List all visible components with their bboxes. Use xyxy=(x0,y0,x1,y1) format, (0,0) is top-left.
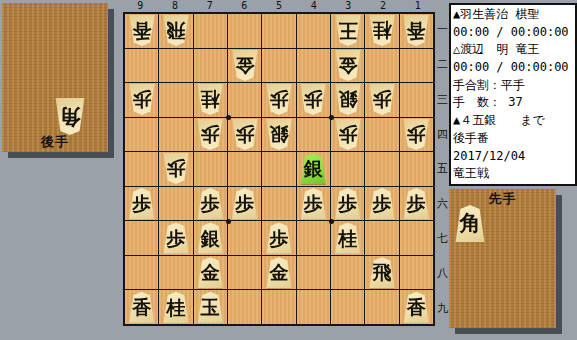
square-8-4[interactable] xyxy=(159,118,192,152)
square-1-5[interactable] xyxy=(400,152,433,186)
square-9-9[interactable]: 香 xyxy=(125,290,158,324)
piece-gote-香[interactable]: 香 xyxy=(129,15,155,46)
square-1-2[interactable] xyxy=(400,49,433,83)
square-7-9[interactable]: 玉 xyxy=(194,290,227,324)
square-2-5[interactable] xyxy=(365,152,398,186)
square-6-5[interactable] xyxy=(228,152,261,186)
piece-gote-王[interactable]: 王 xyxy=(335,15,361,46)
piece-sente-飛[interactable]: 飛 xyxy=(369,257,395,288)
shogi-board[interactable]: 香飛王桂香金金歩桂歩歩銀歩歩歩銀歩歩歩銀歩歩歩歩歩歩歩歩銀歩桂金金飛香桂玉香 xyxy=(123,12,435,326)
square-1-7[interactable] xyxy=(400,221,433,255)
square-2-2[interactable] xyxy=(365,49,398,83)
square-9-7[interactable] xyxy=(125,221,158,255)
gote-player-name: △渡辺 明 竜王 xyxy=(453,41,573,59)
piece-sente-銀[interactable]: 銀 xyxy=(197,223,223,254)
square-3-8[interactable] xyxy=(331,256,364,290)
square-3-4[interactable]: 歩 xyxy=(331,118,364,152)
square-8-2[interactable] xyxy=(159,49,192,83)
piece-gote-歩[interactable]: 歩 xyxy=(300,84,326,115)
piece-gote-金[interactable]: 金 xyxy=(232,50,258,81)
piece-sente-歩[interactable]: 歩 xyxy=(335,188,361,219)
date-line: 2017/12/04 xyxy=(453,148,573,166)
square-5-5[interactable] xyxy=(262,152,295,186)
rank-label-3: 三 xyxy=(436,82,449,117)
piece-sente-歩[interactable]: 歩 xyxy=(197,188,223,219)
file-label-3: 3 xyxy=(331,0,366,11)
piece-sente-桂[interactable]: 桂 xyxy=(163,292,189,323)
square-4-6[interactable]: 歩 xyxy=(297,187,330,221)
piece-sente-香[interactable]: 香 xyxy=(129,292,155,323)
sente-tray-label: 先手 xyxy=(449,190,556,208)
piece-gote-歩[interactable]: 歩 xyxy=(369,84,395,115)
piece-gote-銀[interactable]: 銀 xyxy=(335,84,361,115)
square-6-7[interactable] xyxy=(228,221,261,255)
piece-gote-桂[interactable]: 桂 xyxy=(197,84,223,115)
square-9-6[interactable]: 歩 xyxy=(125,187,158,221)
file-label-9: 9 xyxy=(123,0,158,11)
file-label-8: 8 xyxy=(158,0,193,11)
event-line: 竜王戦 xyxy=(453,165,573,183)
shogi-kifu-viewer: 後手 角 987654321 一二三四五六七八九 香飛王桂香金金歩桂歩歩銀歩歩歩… xyxy=(0,0,577,340)
piece-sente-歩[interactable]: 歩 xyxy=(232,188,258,219)
last-move-line: ▲４五銀 まで xyxy=(453,112,573,130)
square-5-8[interactable]: 金 xyxy=(262,256,295,290)
square-7-4[interactable]: 歩 xyxy=(194,118,227,152)
rank-label-8: 八 xyxy=(436,256,449,291)
piece-sente-金[interactable]: 金 xyxy=(266,257,292,288)
square-1-8[interactable] xyxy=(400,256,433,290)
square-5-2[interactable] xyxy=(262,49,295,83)
square-5-3[interactable]: 歩 xyxy=(262,83,295,117)
square-3-9[interactable] xyxy=(331,290,364,324)
square-9-4[interactable] xyxy=(125,118,158,152)
square-9-2[interactable] xyxy=(125,49,158,83)
piece-sente-桂[interactable]: 桂 xyxy=(335,223,361,254)
gote-captured-tray[interactable]: 後手 角 xyxy=(2,3,108,152)
rank-label-1: 一 xyxy=(436,12,449,47)
square-7-1[interactable] xyxy=(194,14,227,48)
square-1-9[interactable]: 香 xyxy=(400,290,433,324)
square-5-1[interactable] xyxy=(262,14,295,48)
square-8-1[interactable]: 飛 xyxy=(159,14,192,48)
piece-sente-歩[interactable]: 歩 xyxy=(129,188,155,219)
square-4-4[interactable] xyxy=(297,118,330,152)
hoshi-dot xyxy=(226,115,231,120)
square-2-6[interactable]: 歩 xyxy=(365,187,398,221)
square-5-4[interactable]: 銀 xyxy=(262,118,295,152)
square-4-8[interactable] xyxy=(297,256,330,290)
square-2-3[interactable]: 歩 xyxy=(365,83,398,117)
rank-label-5: 五 xyxy=(436,152,449,187)
square-7-5[interactable] xyxy=(194,152,227,186)
sente-player-name: ▲羽生善治 棋聖 xyxy=(453,6,573,24)
square-8-8[interactable] xyxy=(159,256,192,290)
file-label-7: 7 xyxy=(192,0,227,11)
piece-gote-香[interactable]: 香 xyxy=(403,15,429,46)
square-7-6[interactable]: 歩 xyxy=(194,187,227,221)
game-info-panel: ▲羽生善治 棋聖 00:00 / 00:00:00 △渡辺 明 竜王 00:00… xyxy=(449,3,577,186)
square-4-2[interactable] xyxy=(297,49,330,83)
square-4-5[interactable]: 銀 xyxy=(297,152,330,186)
square-2-9[interactable] xyxy=(365,290,398,324)
square-3-2[interactable]: 金 xyxy=(331,49,364,83)
piece-gote-金[interactable]: 金 xyxy=(335,50,361,81)
square-6-3[interactable] xyxy=(228,83,261,117)
square-9-3[interactable]: 歩 xyxy=(125,83,158,117)
file-coordinate-labels: 987654321 xyxy=(123,0,435,11)
piece-sente-香[interactable]: 香 xyxy=(403,292,429,323)
piece-gote-桂[interactable]: 桂 xyxy=(369,15,395,46)
square-3-5[interactable] xyxy=(331,152,364,186)
piece-sente-金[interactable]: 金 xyxy=(197,257,223,288)
square-7-8[interactable]: 金 xyxy=(194,256,227,290)
hoshi-dot xyxy=(329,219,334,224)
square-1-6[interactable]: 歩 xyxy=(400,187,433,221)
piece-sente-歩[interactable]: 歩 xyxy=(300,188,326,219)
square-8-9[interactable]: 桂 xyxy=(159,290,192,324)
square-8-5[interactable]: 歩 xyxy=(159,152,192,186)
handicap-line: 手合割：平手 xyxy=(453,77,573,95)
sente-captured-tray[interactable]: 先手 角 xyxy=(449,189,556,328)
square-6-4[interactable]: 歩 xyxy=(228,118,261,152)
piece-sente-玉[interactable]: 玉 xyxy=(197,292,223,323)
piece-gote-歩[interactable]: 歩 xyxy=(232,119,258,150)
gote-tray-label: 後手 xyxy=(2,133,108,151)
square-8-6[interactable] xyxy=(159,187,192,221)
square-2-4[interactable] xyxy=(365,118,398,152)
square-3-1[interactable]: 王 xyxy=(331,14,364,48)
square-2-7[interactable] xyxy=(365,221,398,255)
piece-gote-歩[interactable]: 歩 xyxy=(335,119,361,150)
piece-gote-歩[interactable]: 歩 xyxy=(266,84,292,115)
square-1-1[interactable]: 香 xyxy=(400,14,433,48)
square-6-2[interactable]: 金 xyxy=(228,49,261,83)
sente-clock: 00:00 / 00:00:00 xyxy=(453,24,573,42)
piece-sente-歩[interactable]: 歩 xyxy=(163,223,189,254)
piece-gote-歩[interactable]: 歩 xyxy=(197,119,223,150)
square-1-4[interactable]: 歩 xyxy=(400,118,433,152)
square-9-1[interactable]: 香 xyxy=(125,14,158,48)
piece-sente-歩[interactable]: 歩 xyxy=(266,223,292,254)
rank-label-2: 二 xyxy=(436,47,449,82)
square-4-1[interactable] xyxy=(297,14,330,48)
piece-gote-歩[interactable]: 歩 xyxy=(163,153,189,184)
piece-gote-歩[interactable]: 歩 xyxy=(403,119,429,150)
square-5-6[interactable] xyxy=(262,187,295,221)
square-2-1[interactable]: 桂 xyxy=(365,14,398,48)
square-4-7[interactable] xyxy=(297,221,330,255)
square-8-3[interactable] xyxy=(159,83,192,117)
hoshi-dot xyxy=(329,115,334,120)
piece-gote-銀[interactable]: 銀 xyxy=(266,119,292,150)
rank-label-7: 七 xyxy=(436,221,449,256)
move-count-line: 手 数： 37 xyxy=(453,94,573,112)
square-5-7[interactable]: 歩 xyxy=(262,221,295,255)
square-9-5[interactable] xyxy=(125,152,158,186)
square-7-3[interactable]: 桂 xyxy=(194,83,227,117)
square-4-9[interactable] xyxy=(297,290,330,324)
piece-gote-歩[interactable]: 歩 xyxy=(129,84,155,115)
square-9-8[interactable] xyxy=(125,256,158,290)
square-2-8[interactable]: 飛 xyxy=(365,256,398,290)
file-label-6: 6 xyxy=(227,0,262,11)
square-6-1[interactable] xyxy=(228,14,261,48)
piece-sente-歩[interactable]: 歩 xyxy=(369,188,395,219)
square-6-8[interactable] xyxy=(228,256,261,290)
piece-gote-飛[interactable]: 飛 xyxy=(163,15,189,46)
square-1-3[interactable] xyxy=(400,83,433,117)
piece-sente-銀[interactable]: 銀 xyxy=(300,153,326,184)
captured-piece-gote-角[interactable]: 角 xyxy=(55,98,85,135)
captured-piece-sente-角[interactable]: 角 xyxy=(455,205,485,242)
square-3-6[interactable]: 歩 xyxy=(331,187,364,221)
hoshi-dot xyxy=(226,219,231,224)
square-3-7[interactable]: 桂 xyxy=(331,221,364,255)
file-label-1: 1 xyxy=(400,0,435,11)
piece-sente-歩[interactable]: 歩 xyxy=(403,188,429,219)
square-3-3[interactable]: 銀 xyxy=(331,83,364,117)
square-7-2[interactable] xyxy=(194,49,227,83)
square-6-6[interactable]: 歩 xyxy=(228,187,261,221)
square-5-9[interactable] xyxy=(262,290,295,324)
gote-clock: 00:00 / 00:00:00 xyxy=(453,59,573,77)
rank-label-4: 四 xyxy=(436,117,449,152)
side-to-move-line: 後手番 xyxy=(453,130,573,148)
rank-label-6: 六 xyxy=(436,186,449,221)
file-label-4: 4 xyxy=(296,0,331,11)
rank-coordinate-labels: 一二三四五六七八九 xyxy=(436,12,449,326)
square-7-7[interactable]: 銀 xyxy=(194,221,227,255)
file-label-5: 5 xyxy=(262,0,297,11)
file-label-2: 2 xyxy=(366,0,401,11)
rank-label-9: 九 xyxy=(436,291,449,326)
square-6-9[interactable] xyxy=(228,290,261,324)
square-4-3[interactable]: 歩 xyxy=(297,83,330,117)
square-8-7[interactable]: 歩 xyxy=(159,221,192,255)
